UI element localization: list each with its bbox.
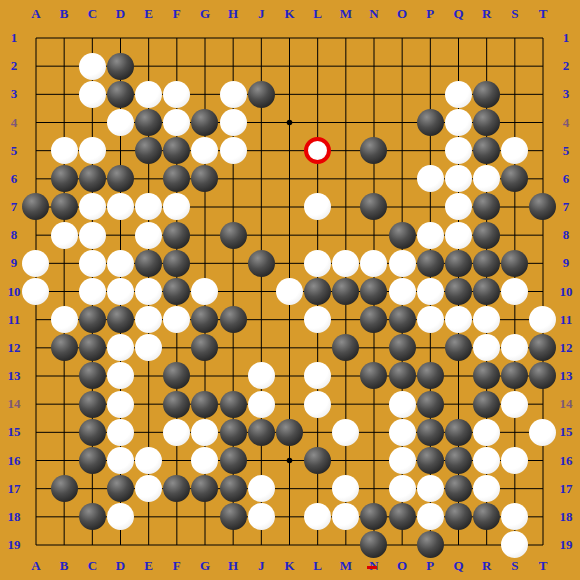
point-F16[interactable]: [163, 446, 191, 474]
point-P11[interactable]: [416, 305, 444, 333]
point-L10[interactable]: [303, 277, 331, 305]
point-F1[interactable]: [163, 24, 191, 52]
point-E4[interactable]: [135, 108, 163, 136]
point-N16[interactable]: [360, 446, 388, 474]
point-J15[interactable]: [247, 418, 275, 446]
point-B6[interactable]: [50, 165, 78, 193]
point-K19[interactable]: [275, 531, 303, 559]
point-K12[interactable]: [275, 334, 303, 362]
point-T9[interactable]: [529, 249, 557, 277]
point-R18[interactable]: [472, 503, 500, 531]
point-T16[interactable]: [529, 446, 557, 474]
point-H14[interactable]: [219, 390, 247, 418]
point-H18[interactable]: [219, 503, 247, 531]
point-C13[interactable]: [78, 362, 106, 390]
point-L18[interactable]: [303, 503, 331, 531]
point-H7[interactable]: [219, 193, 247, 221]
point-L8[interactable]: [303, 221, 331, 249]
point-B16[interactable]: [50, 446, 78, 474]
point-A2[interactable]: [22, 52, 50, 80]
point-G15[interactable]: [191, 418, 219, 446]
point-N9[interactable]: [360, 249, 388, 277]
point-G11[interactable]: [191, 305, 219, 333]
point-K14[interactable]: [275, 390, 303, 418]
point-F11[interactable]: [163, 305, 191, 333]
point-O7[interactable]: [388, 193, 416, 221]
point-H4[interactable]: [219, 108, 247, 136]
point-Q18[interactable]: [444, 503, 472, 531]
point-B15[interactable]: [50, 418, 78, 446]
point-D18[interactable]: [106, 503, 134, 531]
point-O2[interactable]: [388, 52, 416, 80]
point-E5[interactable]: [135, 137, 163, 165]
point-P1[interactable]: [416, 24, 444, 52]
point-L13[interactable]: [303, 362, 331, 390]
point-P7[interactable]: [416, 193, 444, 221]
point-R5[interactable]: [472, 137, 500, 165]
point-G7[interactable]: [191, 193, 219, 221]
point-M6[interactable]: [332, 165, 360, 193]
point-S15[interactable]: [501, 418, 529, 446]
point-T15[interactable]: [529, 418, 557, 446]
point-O12[interactable]: [388, 334, 416, 362]
point-C16[interactable]: [78, 446, 106, 474]
point-L1[interactable]: [303, 24, 331, 52]
point-S1[interactable]: [501, 24, 529, 52]
point-C2[interactable]: [78, 52, 106, 80]
point-N8[interactable]: [360, 221, 388, 249]
point-O10[interactable]: [388, 277, 416, 305]
point-S5[interactable]: [501, 137, 529, 165]
point-C7[interactable]: [78, 193, 106, 221]
point-Q11[interactable]: [444, 305, 472, 333]
point-K10[interactable]: [275, 277, 303, 305]
point-D2[interactable]: [106, 52, 134, 80]
point-F5[interactable]: [163, 137, 191, 165]
point-S9[interactable]: [501, 249, 529, 277]
point-C12[interactable]: [78, 334, 106, 362]
point-M10[interactable]: [332, 277, 360, 305]
point-D4[interactable]: [106, 108, 134, 136]
point-O6[interactable]: [388, 165, 416, 193]
point-Q17[interactable]: [444, 474, 472, 502]
point-B12[interactable]: [50, 334, 78, 362]
point-A3[interactable]: [22, 80, 50, 108]
point-L5[interactable]: [303, 137, 331, 165]
point-E10[interactable]: [135, 277, 163, 305]
point-T19[interactable]: [529, 531, 557, 559]
point-E2[interactable]: [135, 52, 163, 80]
point-E11[interactable]: [135, 305, 163, 333]
point-S12[interactable]: [501, 334, 529, 362]
point-S8[interactable]: [501, 221, 529, 249]
point-F17[interactable]: [163, 474, 191, 502]
point-N2[interactable]: [360, 52, 388, 80]
point-G17[interactable]: [191, 474, 219, 502]
point-K15[interactable]: [275, 418, 303, 446]
point-N14[interactable]: [360, 390, 388, 418]
point-H2[interactable]: [219, 52, 247, 80]
point-N10[interactable]: [360, 277, 388, 305]
point-Q13[interactable]: [444, 362, 472, 390]
point-L6[interactable]: [303, 165, 331, 193]
point-D14[interactable]: [106, 390, 134, 418]
point-S10[interactable]: [501, 277, 529, 305]
point-M14[interactable]: [332, 390, 360, 418]
point-O1[interactable]: [388, 24, 416, 52]
point-J2[interactable]: [247, 52, 275, 80]
point-L12[interactable]: [303, 334, 331, 362]
point-T7[interactable]: [529, 193, 557, 221]
point-F4[interactable]: [163, 108, 191, 136]
point-J8[interactable]: [247, 221, 275, 249]
point-A10[interactable]: [22, 277, 50, 305]
point-H16[interactable]: [219, 446, 247, 474]
point-J9[interactable]: [247, 249, 275, 277]
point-H3[interactable]: [219, 80, 247, 108]
point-D1[interactable]: [106, 24, 134, 52]
point-P17[interactable]: [416, 474, 444, 502]
point-O4[interactable]: [388, 108, 416, 136]
point-F13[interactable]: [163, 362, 191, 390]
point-S16[interactable]: [501, 446, 529, 474]
point-K7[interactable]: [275, 193, 303, 221]
point-P19[interactable]: [416, 531, 444, 559]
point-C1[interactable]: [78, 24, 106, 52]
point-A8[interactable]: [22, 221, 50, 249]
point-T3[interactable]: [529, 80, 557, 108]
point-M9[interactable]: [332, 249, 360, 277]
point-A11[interactable]: [22, 305, 50, 333]
point-P10[interactable]: [416, 277, 444, 305]
point-P8[interactable]: [416, 221, 444, 249]
point-S14[interactable]: [501, 390, 529, 418]
point-T5[interactable]: [529, 137, 557, 165]
point-F7[interactable]: [163, 193, 191, 221]
point-S18[interactable]: [501, 503, 529, 531]
point-Q15[interactable]: [444, 418, 472, 446]
point-D5[interactable]: [106, 137, 134, 165]
point-O18[interactable]: [388, 503, 416, 531]
point-C5[interactable]: [78, 137, 106, 165]
point-J4[interactable]: [247, 108, 275, 136]
point-G4[interactable]: [191, 108, 219, 136]
point-T8[interactable]: [529, 221, 557, 249]
point-P15[interactable]: [416, 418, 444, 446]
point-H6[interactable]: [219, 165, 247, 193]
point-C17[interactable]: [78, 474, 106, 502]
point-Q19[interactable]: [444, 531, 472, 559]
point-O14[interactable]: [388, 390, 416, 418]
point-G16[interactable]: [191, 446, 219, 474]
point-T4[interactable]: [529, 108, 557, 136]
point-H9[interactable]: [219, 249, 247, 277]
point-E15[interactable]: [135, 418, 163, 446]
point-E1[interactable]: [135, 24, 163, 52]
point-P12[interactable]: [416, 334, 444, 362]
point-H11[interactable]: [219, 305, 247, 333]
point-E19[interactable]: [135, 531, 163, 559]
point-O15[interactable]: [388, 418, 416, 446]
point-L9[interactable]: [303, 249, 331, 277]
point-S13[interactable]: [501, 362, 529, 390]
point-J1[interactable]: [247, 24, 275, 52]
point-G19[interactable]: [191, 531, 219, 559]
point-N11[interactable]: [360, 305, 388, 333]
point-K6[interactable]: [275, 165, 303, 193]
point-L4[interactable]: [303, 108, 331, 136]
point-F8[interactable]: [163, 221, 191, 249]
point-L2[interactable]: [303, 52, 331, 80]
point-H12[interactable]: [219, 334, 247, 362]
point-Q14[interactable]: [444, 390, 472, 418]
point-K11[interactable]: [275, 305, 303, 333]
point-P6[interactable]: [416, 165, 444, 193]
point-N6[interactable]: [360, 165, 388, 193]
point-C18[interactable]: [78, 503, 106, 531]
point-C9[interactable]: [78, 249, 106, 277]
point-F12[interactable]: [163, 334, 191, 362]
point-G14[interactable]: [191, 390, 219, 418]
point-S7[interactable]: [501, 193, 529, 221]
point-A15[interactable]: [22, 418, 50, 446]
point-P9[interactable]: [416, 249, 444, 277]
point-C10[interactable]: [78, 277, 106, 305]
point-D13[interactable]: [106, 362, 134, 390]
point-R16[interactable]: [472, 446, 500, 474]
point-E6[interactable]: [135, 165, 163, 193]
point-O5[interactable]: [388, 137, 416, 165]
point-P4[interactable]: [416, 108, 444, 136]
point-R13[interactable]: [472, 362, 500, 390]
point-Q7[interactable]: [444, 193, 472, 221]
point-F19[interactable]: [163, 531, 191, 559]
point-P14[interactable]: [416, 390, 444, 418]
point-M7[interactable]: [332, 193, 360, 221]
point-N17[interactable]: [360, 474, 388, 502]
point-F18[interactable]: [163, 503, 191, 531]
point-Q1[interactable]: [444, 24, 472, 52]
point-A16[interactable]: [22, 446, 50, 474]
point-A18[interactable]: [22, 503, 50, 531]
point-M5[interactable]: [332, 137, 360, 165]
point-P18[interactable]: [416, 503, 444, 531]
point-M1[interactable]: [332, 24, 360, 52]
point-G1[interactable]: [191, 24, 219, 52]
point-N12[interactable]: [360, 334, 388, 362]
point-F2[interactable]: [163, 52, 191, 80]
point-D16[interactable]: [106, 446, 134, 474]
point-D19[interactable]: [106, 531, 134, 559]
point-S17[interactable]: [501, 474, 529, 502]
point-B17[interactable]: [50, 474, 78, 502]
point-R3[interactable]: [472, 80, 500, 108]
point-C6[interactable]: [78, 165, 106, 193]
point-T17[interactable]: [529, 474, 557, 502]
point-G9[interactable]: [191, 249, 219, 277]
point-R1[interactable]: [472, 24, 500, 52]
point-L7[interactable]: [303, 193, 331, 221]
point-A9[interactable]: [22, 249, 50, 277]
point-E9[interactable]: [135, 249, 163, 277]
point-B18[interactable]: [50, 503, 78, 531]
point-B19[interactable]: [50, 531, 78, 559]
point-M19[interactable]: [332, 531, 360, 559]
point-Q3[interactable]: [444, 80, 472, 108]
point-G13[interactable]: [191, 362, 219, 390]
point-D15[interactable]: [106, 418, 134, 446]
point-O17[interactable]: [388, 474, 416, 502]
point-Q8[interactable]: [444, 221, 472, 249]
point-J5[interactable]: [247, 137, 275, 165]
point-S3[interactable]: [501, 80, 529, 108]
point-D10[interactable]: [106, 277, 134, 305]
point-K18[interactable]: [275, 503, 303, 531]
point-K4[interactable]: [275, 108, 303, 136]
point-R10[interactable]: [472, 277, 500, 305]
point-Q5[interactable]: [444, 137, 472, 165]
point-D6[interactable]: [106, 165, 134, 193]
point-G8[interactable]: [191, 221, 219, 249]
point-G18[interactable]: [191, 503, 219, 531]
point-L17[interactable]: [303, 474, 331, 502]
point-B7[interactable]: [50, 193, 78, 221]
point-K1[interactable]: [275, 24, 303, 52]
point-R17[interactable]: [472, 474, 500, 502]
point-L16[interactable]: [303, 446, 331, 474]
point-J17[interactable]: [247, 474, 275, 502]
point-F9[interactable]: [163, 249, 191, 277]
point-G3[interactable]: [191, 80, 219, 108]
point-J13[interactable]: [247, 362, 275, 390]
point-J6[interactable]: [247, 165, 275, 193]
point-N19[interactable]: [360, 531, 388, 559]
point-H8[interactable]: [219, 221, 247, 249]
point-L3[interactable]: [303, 80, 331, 108]
point-P2[interactable]: [416, 52, 444, 80]
point-J10[interactable]: [247, 277, 275, 305]
point-Q10[interactable]: [444, 277, 472, 305]
point-A12[interactable]: [22, 334, 50, 362]
point-B8[interactable]: [50, 221, 78, 249]
point-L19[interactable]: [303, 531, 331, 559]
point-R19[interactable]: [472, 531, 500, 559]
point-R11[interactable]: [472, 305, 500, 333]
point-C3[interactable]: [78, 80, 106, 108]
point-S19[interactable]: [501, 531, 529, 559]
point-F15[interactable]: [163, 418, 191, 446]
point-O3[interactable]: [388, 80, 416, 108]
point-T11[interactable]: [529, 305, 557, 333]
point-D9[interactable]: [106, 249, 134, 277]
point-A14[interactable]: [22, 390, 50, 418]
point-D11[interactable]: [106, 305, 134, 333]
point-O9[interactable]: [388, 249, 416, 277]
point-M4[interactable]: [332, 108, 360, 136]
point-T1[interactable]: [529, 24, 557, 52]
point-A13[interactable]: [22, 362, 50, 390]
point-K9[interactable]: [275, 249, 303, 277]
point-K13[interactable]: [275, 362, 303, 390]
point-J14[interactable]: [247, 390, 275, 418]
point-A4[interactable]: [22, 108, 50, 136]
point-R12[interactable]: [472, 334, 500, 362]
point-F14[interactable]: [163, 390, 191, 418]
point-Q9[interactable]: [444, 249, 472, 277]
point-F6[interactable]: [163, 165, 191, 193]
point-B2[interactable]: [50, 52, 78, 80]
point-C8[interactable]: [78, 221, 106, 249]
point-K5[interactable]: [275, 137, 303, 165]
point-H5[interactable]: [219, 137, 247, 165]
point-H19[interactable]: [219, 531, 247, 559]
point-N1[interactable]: [360, 24, 388, 52]
point-S6[interactable]: [501, 165, 529, 193]
point-P3[interactable]: [416, 80, 444, 108]
point-B13[interactable]: [50, 362, 78, 390]
point-Q4[interactable]: [444, 108, 472, 136]
point-O13[interactable]: [388, 362, 416, 390]
point-E14[interactable]: [135, 390, 163, 418]
point-D12[interactable]: [106, 334, 134, 362]
point-B4[interactable]: [50, 108, 78, 136]
point-B10[interactable]: [50, 277, 78, 305]
point-C15[interactable]: [78, 418, 106, 446]
point-D17[interactable]: [106, 474, 134, 502]
point-D8[interactable]: [106, 221, 134, 249]
point-E17[interactable]: [135, 474, 163, 502]
point-R2[interactable]: [472, 52, 500, 80]
point-J18[interactable]: [247, 503, 275, 531]
point-N4[interactable]: [360, 108, 388, 136]
point-D3[interactable]: [106, 80, 134, 108]
point-A7[interactable]: [22, 193, 50, 221]
point-T6[interactable]: [529, 165, 557, 193]
point-N5[interactable]: [360, 137, 388, 165]
point-E12[interactable]: [135, 334, 163, 362]
point-R9[interactable]: [472, 249, 500, 277]
point-J3[interactable]: [247, 80, 275, 108]
point-S2[interactable]: [501, 52, 529, 80]
point-T13[interactable]: [529, 362, 557, 390]
point-H10[interactable]: [219, 277, 247, 305]
point-E18[interactable]: [135, 503, 163, 531]
point-M12[interactable]: [332, 334, 360, 362]
point-N13[interactable]: [360, 362, 388, 390]
point-H17[interactable]: [219, 474, 247, 502]
point-K17[interactable]: [275, 474, 303, 502]
point-O16[interactable]: [388, 446, 416, 474]
point-R15[interactable]: [472, 418, 500, 446]
point-R6[interactable]: [472, 165, 500, 193]
point-B5[interactable]: [50, 137, 78, 165]
point-F3[interactable]: [163, 80, 191, 108]
point-A6[interactable]: [22, 165, 50, 193]
point-G6[interactable]: [191, 165, 219, 193]
point-E3[interactable]: [135, 80, 163, 108]
point-G12[interactable]: [191, 334, 219, 362]
point-H13[interactable]: [219, 362, 247, 390]
point-T18[interactable]: [529, 503, 557, 531]
point-B9[interactable]: [50, 249, 78, 277]
point-O11[interactable]: [388, 305, 416, 333]
point-T12[interactable]: [529, 334, 557, 362]
point-M2[interactable]: [332, 52, 360, 80]
point-J12[interactable]: [247, 334, 275, 362]
point-C4[interactable]: [78, 108, 106, 136]
point-M18[interactable]: [332, 503, 360, 531]
point-A5[interactable]: [22, 137, 50, 165]
